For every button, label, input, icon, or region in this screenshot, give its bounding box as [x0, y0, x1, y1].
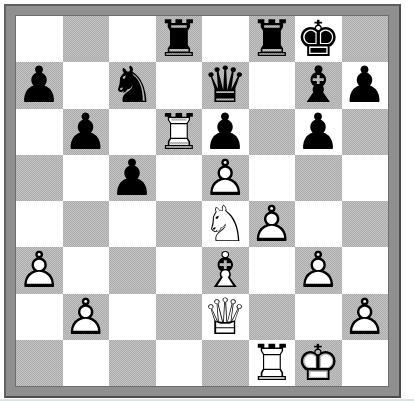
piece-glyph-fill: ♞ [109, 62, 156, 108]
piece-white-pawn[interactable]: ♟♙ [342, 294, 389, 340]
piece-white-pawn[interactable]: ♟♙ [295, 247, 342, 293]
piece-black-queen[interactable]: ♛ [202, 62, 249, 108]
piece-glyph-outline: ♘ [202, 201, 249, 247]
square-d1[interactable] [156, 340, 203, 386]
square-e7[interactable]: ♛ [202, 62, 249, 108]
square-d8[interactable]: ♜ [156, 16, 203, 62]
square-g4[interactable] [295, 201, 342, 247]
square-h7[interactable]: ♟ [342, 62, 389, 108]
square-e6[interactable]: ♟ [202, 109, 249, 155]
piece-black-pawn[interactable]: ♟ [109, 155, 156, 201]
piece-glyph-fill: ♜ [249, 16, 296, 62]
piece-glyph-fill: ♟ [202, 109, 249, 155]
piece-glyph-fill: ♟ [342, 62, 389, 108]
square-g7[interactable]: ♝ [295, 62, 342, 108]
screenshot-stage: ♜♜♚♟♞♛♝♟♟♜♖♟♟♟♟♙♞♘♟♙♟♙♝♗♟♙♟♙♛♕♟♙♜♖♚♔ [0, 0, 414, 402]
piece-glyph-outline: ♖ [249, 340, 296, 386]
square-c7[interactable]: ♞ [109, 62, 156, 108]
square-d3[interactable] [156, 247, 203, 293]
piece-white-rook[interactable]: ♜♖ [156, 109, 203, 155]
square-g3[interactable]: ♟♙ [295, 247, 342, 293]
square-h8[interactable] [342, 16, 389, 62]
square-h5[interactable] [342, 155, 389, 201]
piece-glyph-fill: ♚ [295, 16, 342, 62]
piece-glyph-outline: ♕ [202, 294, 249, 340]
square-f6[interactable] [249, 109, 296, 155]
square-d2[interactable] [156, 294, 203, 340]
square-h2[interactable]: ♟♙ [342, 294, 389, 340]
square-b2[interactable]: ♟♙ [63, 294, 110, 340]
square-g1[interactable]: ♚♔ [295, 340, 342, 386]
square-e2[interactable]: ♛♕ [202, 294, 249, 340]
square-c3[interactable] [109, 247, 156, 293]
square-b6[interactable]: ♟ [63, 109, 110, 155]
piece-glyph-fill: ♟ [295, 109, 342, 155]
piece-black-king[interactable]: ♚ [295, 16, 342, 62]
square-f4[interactable]: ♟♙ [249, 201, 296, 247]
bottom-edge-line [0, 399, 414, 401]
piece-white-pawn[interactable]: ♟♙ [249, 201, 296, 247]
square-a3[interactable]: ♟♙ [16, 247, 63, 293]
square-f3[interactable] [249, 247, 296, 293]
square-a4[interactable] [16, 201, 63, 247]
square-a2[interactable] [16, 294, 63, 340]
square-e8[interactable] [202, 16, 249, 62]
square-f7[interactable] [249, 62, 296, 108]
piece-white-king[interactable]: ♚♔ [295, 340, 342, 386]
square-a7[interactable]: ♟ [16, 62, 63, 108]
piece-black-rook[interactable]: ♜ [249, 16, 296, 62]
square-b3[interactable] [63, 247, 110, 293]
square-b7[interactable] [63, 62, 110, 108]
square-c5[interactable]: ♟ [109, 155, 156, 201]
square-h4[interactable] [342, 201, 389, 247]
piece-black-pawn[interactable]: ♟ [16, 62, 63, 108]
square-h6[interactable] [342, 109, 389, 155]
piece-black-bishop[interactable]: ♝ [295, 62, 342, 108]
square-b1[interactable] [63, 340, 110, 386]
square-e5[interactable]: ♟♙ [202, 155, 249, 201]
piece-black-knight[interactable]: ♞ [109, 62, 156, 108]
square-h3[interactable] [342, 247, 389, 293]
square-e4[interactable]: ♞♘ [202, 201, 249, 247]
chessboard-frame: ♜♜♚♟♞♛♝♟♟♜♖♟♟♟♟♙♞♘♟♙♟♙♝♗♟♙♟♙♛♕♟♙♜♖♚♔ [4, 4, 401, 398]
square-a8[interactable] [16, 16, 63, 62]
square-d4[interactable] [156, 201, 203, 247]
piece-white-pawn[interactable]: ♟♙ [63, 294, 110, 340]
square-a5[interactable] [16, 155, 63, 201]
square-c2[interactable] [109, 294, 156, 340]
piece-white-pawn[interactable]: ♟♙ [202, 155, 249, 201]
square-e3[interactable]: ♝♗ [202, 247, 249, 293]
piece-black-rook[interactable]: ♜ [156, 16, 203, 62]
piece-glyph-fill: ♛ [202, 62, 249, 108]
square-h1[interactable] [342, 340, 389, 386]
piece-glyph-outline: ♙ [342, 294, 389, 340]
square-c4[interactable] [109, 201, 156, 247]
piece-glyph-outline: ♙ [249, 201, 296, 247]
piece-glyph-outline: ♙ [295, 247, 342, 293]
piece-glyph-fill: ♟ [63, 109, 110, 155]
piece-glyph-outline: ♔ [295, 340, 342, 386]
square-g2[interactable] [295, 294, 342, 340]
piece-glyph-fill: ♟ [109, 155, 156, 201]
square-b5[interactable] [63, 155, 110, 201]
square-f8[interactable]: ♜ [249, 16, 296, 62]
square-g5[interactable] [295, 155, 342, 201]
square-f5[interactable] [249, 155, 296, 201]
piece-black-pawn[interactable]: ♟ [342, 62, 389, 108]
piece-glyph-outline: ♙ [202, 155, 249, 201]
square-a1[interactable] [16, 340, 63, 386]
piece-glyph-outline: ♙ [16, 247, 63, 293]
square-b4[interactable] [63, 201, 110, 247]
square-g8[interactable]: ♚ [295, 16, 342, 62]
square-f1[interactable]: ♜♖ [249, 340, 296, 386]
piece-black-pawn[interactable]: ♟ [295, 109, 342, 155]
square-g6[interactable]: ♟ [295, 109, 342, 155]
square-b8[interactable] [63, 16, 110, 62]
piece-glyph-outline: ♙ [63, 294, 110, 340]
piece-white-queen[interactable]: ♛♕ [202, 294, 249, 340]
piece-white-knight[interactable]: ♞♘ [202, 201, 249, 247]
piece-glyph-fill: ♝ [295, 62, 342, 108]
square-d5[interactable] [156, 155, 203, 201]
piece-glyph-fill: ♟ [16, 62, 63, 108]
chessboard: ♜♜♚♟♞♛♝♟♟♜♖♟♟♟♟♙♞♘♟♙♟♙♝♗♟♙♟♙♛♕♟♙♜♖♚♔ [15, 15, 389, 387]
piece-white-pawn[interactable]: ♟♙ [16, 247, 63, 293]
piece-white-rook[interactable]: ♜♖ [249, 340, 296, 386]
piece-glyph-outline: ♖ [156, 109, 203, 155]
piece-white-bishop[interactable]: ♝♗ [202, 247, 249, 293]
square-e1[interactable] [202, 340, 249, 386]
piece-black-pawn[interactable]: ♟ [63, 109, 110, 155]
piece-glyph-fill: ♜ [156, 16, 203, 62]
square-d7[interactable] [156, 62, 203, 108]
square-f2[interactable] [249, 294, 296, 340]
square-c1[interactable] [109, 340, 156, 386]
square-c8[interactable] [109, 16, 156, 62]
piece-black-pawn[interactable]: ♟ [202, 109, 249, 155]
piece-glyph-outline: ♗ [202, 247, 249, 293]
square-a6[interactable] [16, 109, 63, 155]
square-d6[interactable]: ♜♖ [156, 109, 203, 155]
square-c6[interactable] [109, 109, 156, 155]
